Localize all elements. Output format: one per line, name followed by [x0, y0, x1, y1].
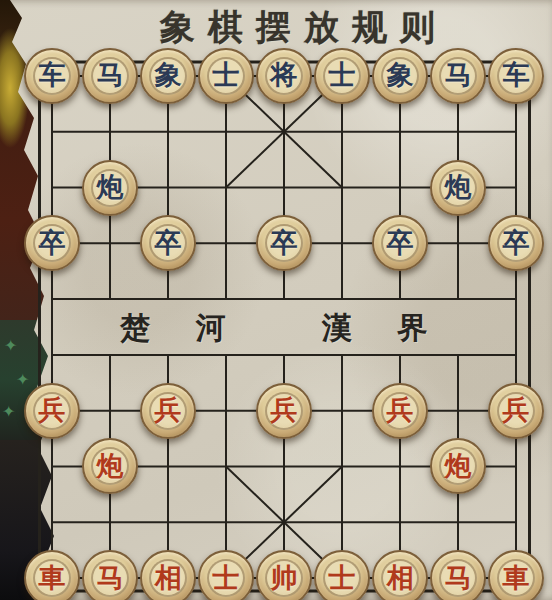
piece-glyph: 卒 [39, 230, 66, 257]
piece-glyph: 炮 [97, 174, 124, 201]
piece-glyph: 士 [329, 565, 356, 592]
piece-glyph: 将 [271, 62, 298, 89]
xiangqi-screen: ✦ ✦ ✦ 象棋摆放规则 楚 河 漢 界 车马象士将士象马车炮炮卒卒卒卒卒兵兵兵… [0, 0, 552, 600]
piece-glyph: 相 [155, 565, 182, 592]
piece-red-horse[interactable]: 马 [430, 550, 486, 600]
piece-glyph: 兵 [271, 397, 298, 424]
piece-glyph: 士 [213, 62, 240, 89]
piece-red-soldier[interactable]: 兵 [488, 383, 544, 439]
piece-glyph: 炮 [97, 453, 124, 480]
piece-red-soldier[interactable]: 兵 [372, 383, 428, 439]
piece-black-cannon[interactable]: 炮 [82, 160, 138, 216]
piece-glyph: 马 [97, 565, 124, 592]
piece-black-general[interactable]: 将 [256, 48, 312, 104]
piece-glyph: 士 [329, 62, 356, 89]
piece-glyph: 兵 [503, 397, 530, 424]
piece-glyph: 車 [39, 565, 66, 592]
piece-black-chariot[interactable]: 车 [24, 48, 80, 104]
piece-glyph: 車 [503, 565, 530, 592]
page-title: 象棋摆放规则 [70, 4, 538, 50]
piece-red-cannon[interactable]: 炮 [430, 438, 486, 494]
piece-black-advisor[interactable]: 士 [314, 48, 370, 104]
piece-black-soldier[interactable]: 卒 [256, 215, 312, 271]
piece-glyph: 卒 [503, 230, 530, 257]
piece-red-chariot[interactable]: 車 [24, 550, 80, 600]
piece-red-advisor[interactable]: 士 [198, 550, 254, 600]
piece-glyph: 马 [97, 62, 124, 89]
piece-glyph: 士 [213, 565, 240, 592]
piece-glyph: 马 [445, 62, 472, 89]
piece-red-soldier[interactable]: 兵 [256, 383, 312, 439]
piece-glyph: 炮 [445, 453, 472, 480]
piece-black-soldier[interactable]: 卒 [488, 215, 544, 271]
piece-glyph: 卒 [155, 230, 182, 257]
piece-black-soldier[interactable]: 卒 [140, 215, 196, 271]
piece-red-cannon[interactable]: 炮 [82, 438, 138, 494]
piece-black-elephant[interactable]: 象 [140, 48, 196, 104]
piece-glyph: 炮 [445, 174, 472, 201]
piece-glyph: 卒 [271, 230, 298, 257]
piece-black-horse[interactable]: 马 [430, 48, 486, 104]
piece-glyph: 兵 [387, 397, 414, 424]
piece-glyph: 相 [387, 565, 414, 592]
piece-red-horse[interactable]: 马 [82, 550, 138, 600]
piece-red-soldier[interactable]: 兵 [24, 383, 80, 439]
piece-black-soldier[interactable]: 卒 [24, 215, 80, 271]
piece-glyph: 象 [387, 62, 414, 89]
piece-glyph: 兵 [39, 397, 66, 424]
piece-black-advisor[interactable]: 士 [198, 48, 254, 104]
xiangqi-board: 车马象士将士象马车炮炮卒卒卒卒卒兵兵兵兵兵炮炮車马相士帅士相马車 [23, 48, 545, 600]
piece-glyph: 车 [39, 62, 66, 89]
piece-glyph: 兵 [155, 397, 182, 424]
piece-black-chariot[interactable]: 车 [488, 48, 544, 104]
piece-black-horse[interactable]: 马 [82, 48, 138, 104]
piece-red-general[interactable]: 帅 [256, 550, 312, 600]
piece-glyph: 马 [445, 565, 472, 592]
piece-black-soldier[interactable]: 卒 [372, 215, 428, 271]
piece-glyph: 帅 [271, 565, 298, 592]
piece-red-elephant[interactable]: 相 [372, 550, 428, 600]
piece-red-elephant[interactable]: 相 [140, 550, 196, 600]
piece-red-advisor[interactable]: 士 [314, 550, 370, 600]
piece-black-elephant[interactable]: 象 [372, 48, 428, 104]
piece-glyph: 卒 [387, 230, 414, 257]
piece-red-soldier[interactable]: 兵 [140, 383, 196, 439]
piece-black-cannon[interactable]: 炮 [430, 160, 486, 216]
piece-glyph: 车 [503, 62, 530, 89]
piece-red-chariot[interactable]: 車 [488, 550, 544, 600]
piece-glyph: 象 [155, 62, 182, 89]
